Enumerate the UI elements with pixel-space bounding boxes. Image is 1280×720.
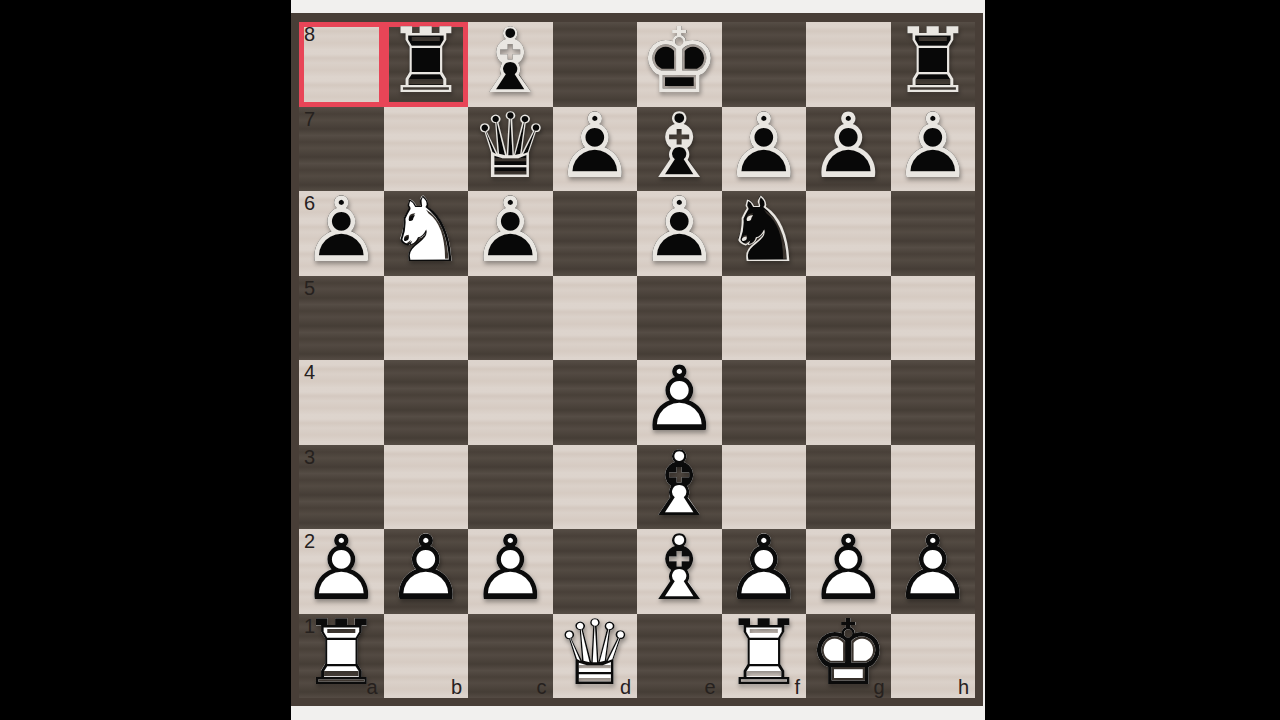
file-label-b: b	[451, 675, 462, 699]
black-pawn[interactable]: ♟♙	[637, 191, 722, 276]
square-b4[interactable]	[384, 360, 469, 445]
white-pawn[interactable]: ♟♙	[468, 529, 553, 614]
square-f5[interactable]	[722, 276, 807, 361]
square-h4[interactable]	[891, 360, 976, 445]
piece-outline-glyph: ♙	[470, 524, 551, 614]
square-b8[interactable]: ♜♖	[384, 22, 469, 107]
black-pawn[interactable]: ♟♙	[468, 191, 553, 276]
piece-outline-glyph: ♖	[301, 608, 382, 698]
piece-outline-glyph: ♙	[892, 524, 973, 614]
app-viewport: 8♜♖♝♗♚♔♜♖7♛♕♟♙♝♗♟♙♟♙♟♙6♟♙♞♘♟♙♟♙♞♘54♟♙3♝♗…	[0, 0, 1280, 720]
black-pawn[interactable]: ♟♙	[553, 107, 638, 192]
square-a4[interactable]: 4	[299, 360, 384, 445]
square-a8[interactable]: 8	[299, 22, 384, 107]
square-c1[interactable]: c	[468, 614, 553, 699]
black-pawn[interactable]: ♟♙	[299, 191, 384, 276]
square-g1[interactable]: g♚♔	[806, 614, 891, 699]
square-b1[interactable]: b	[384, 614, 469, 699]
board-frame: 8♜♖♝♗♚♔♜♖7♛♕♟♙♝♗♟♙♟♙♟♙6♟♙♞♘♟♙♟♙♞♘54♟♙3♝♗…	[291, 13, 983, 706]
square-d3[interactable]	[553, 445, 638, 530]
square-a1[interactable]: 1a♜♖	[299, 614, 384, 699]
square-h1[interactable]: h	[891, 614, 976, 699]
square-h5[interactable]	[891, 276, 976, 361]
square-e6[interactable]: ♟♙	[637, 191, 722, 276]
square-e2[interactable]: ♝♗	[637, 529, 722, 614]
piece-outline-glyph: ♘	[385, 186, 466, 276]
rank-label-5: 5	[304, 276, 315, 300]
square-a5[interactable]: 5	[299, 276, 384, 361]
square-a6[interactable]: 6♟♙	[299, 191, 384, 276]
white-knight[interactable]: ♞♘	[384, 191, 469, 276]
black-pawn[interactable]: ♟♙	[891, 107, 976, 192]
square-g7[interactable]: ♟♙	[806, 107, 891, 192]
piece-outline-glyph: ♘	[723, 186, 804, 276]
board-column: 8♜♖♝♗♚♔♜♖7♛♕♟♙♝♗♟♙♟♙♟♙6♟♙♞♘♟♙♟♙♞♘54♟♙3♝♗…	[291, 0, 985, 720]
square-c2[interactable]: ♟♙	[468, 529, 553, 614]
file-label-e: e	[704, 675, 715, 699]
square-h2[interactable]: ♟♙	[891, 529, 976, 614]
piece-outline-glyph: ♙	[470, 186, 551, 276]
square-h6[interactable]	[891, 191, 976, 276]
square-c4[interactable]	[468, 360, 553, 445]
letterbox-right	[985, 0, 1280, 720]
white-rook[interactable]: ♜♖	[722, 614, 807, 699]
square-c6[interactable]: ♟♙	[468, 191, 553, 276]
square-b6[interactable]: ♞♘	[384, 191, 469, 276]
rank-label-3: 3	[304, 445, 315, 469]
white-pawn[interactable]: ♟♙	[891, 529, 976, 614]
square-f1[interactable]: f♜♖	[722, 614, 807, 699]
piece-outline-glyph: ♙	[385, 524, 466, 614]
square-b5[interactable]	[384, 276, 469, 361]
square-d6[interactable]	[553, 191, 638, 276]
square-e1[interactable]: e	[637, 614, 722, 699]
file-label-h: h	[958, 675, 969, 699]
piece-outline-glyph: ♙	[639, 186, 720, 276]
piece-outline-glyph: ♔	[808, 608, 889, 698]
rank-label-4: 4	[304, 360, 315, 384]
square-d5[interactable]	[553, 276, 638, 361]
piece-outline-glyph: ♗	[639, 524, 720, 614]
rank-label-7: 7	[304, 107, 315, 131]
black-knight[interactable]: ♞♘	[722, 191, 807, 276]
square-d7[interactable]: ♟♙	[553, 107, 638, 192]
black-rook[interactable]: ♜♖	[384, 22, 469, 107]
piece-outline-glyph: ♖	[723, 608, 804, 698]
square-g6[interactable]	[806, 191, 891, 276]
piece-outline-glyph: ♙	[301, 186, 382, 276]
white-bishop[interactable]: ♝♗	[637, 529, 722, 614]
square-g4[interactable]	[806, 360, 891, 445]
chess-board: 8♜♖♝♗♚♔♜♖7♛♕♟♙♝♗♟♙♟♙♟♙6♟♙♞♘♟♙♟♙♞♘54♟♙3♝♗…	[299, 22, 975, 698]
piece-outline-glyph: ♙	[892, 101, 973, 191]
piece-outline-glyph: ♙	[554, 101, 635, 191]
piece-outline-glyph: ♙	[808, 101, 889, 191]
square-f6[interactable]: ♞♘	[722, 191, 807, 276]
white-rook[interactable]: ♜♖	[299, 614, 384, 699]
piece-outline-glyph: ♕	[554, 608, 635, 698]
square-d1[interactable]: d♛♕	[553, 614, 638, 699]
piece-outline-glyph: ♖	[385, 17, 466, 107]
white-pawn[interactable]: ♟♙	[384, 529, 469, 614]
letterbox-left	[0, 0, 291, 720]
board-bottom-margin	[291, 706, 985, 720]
white-king[interactable]: ♚♔	[806, 614, 891, 699]
square-f4[interactable]	[722, 360, 807, 445]
square-h7[interactable]: ♟♙	[891, 107, 976, 192]
square-b2[interactable]: ♟♙	[384, 529, 469, 614]
square-g5[interactable]	[806, 276, 891, 361]
square-c5[interactable]	[468, 276, 553, 361]
rank-label-8: 8	[304, 22, 315, 46]
square-d4[interactable]	[553, 360, 638, 445]
black-pawn[interactable]: ♟♙	[806, 107, 891, 192]
file-label-c: c	[537, 675, 547, 699]
white-queen[interactable]: ♛♕	[553, 614, 638, 699]
